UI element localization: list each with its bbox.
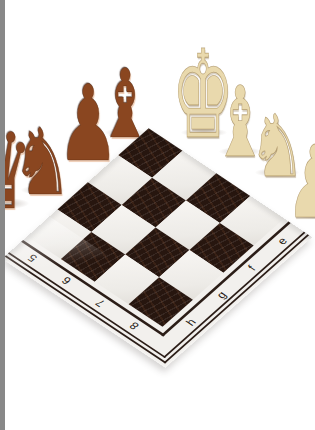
light-pawn-piece-cropped: ♟ [285,133,315,233]
chess-set-product-photo: ♛ ♞ ♟ ♝ ♚ ♝ ♞ ♟ 5 6 7 8 e f g h [5,0,315,430]
